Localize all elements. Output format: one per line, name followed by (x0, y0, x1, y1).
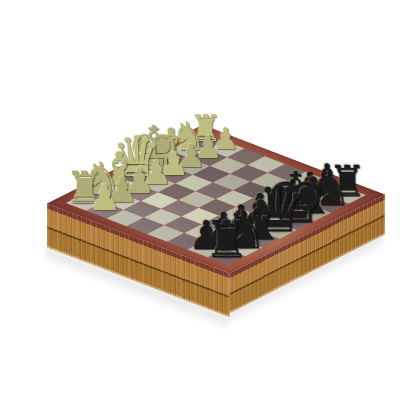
pieces-layer: ♜♞♝♛♚♝♞♜♟♟♟♟♟♟♟♟♟♟♟♟♟♟♟♟♜♞♝♛♚♝♞♜ (0, 0, 400, 400)
chess-set-photo: ♜♞♝♛♚♝♞♜♟♟♟♟♟♟♟♟♟♟♟♟♟♟♟♟♜♞♝♛♚♝♞♜ (0, 0, 400, 400)
piece-black-rook-a8[interactable]: ♜ (204, 214, 250, 265)
piece-white-pawn-a2[interactable]: ♟ (89, 180, 121, 216)
